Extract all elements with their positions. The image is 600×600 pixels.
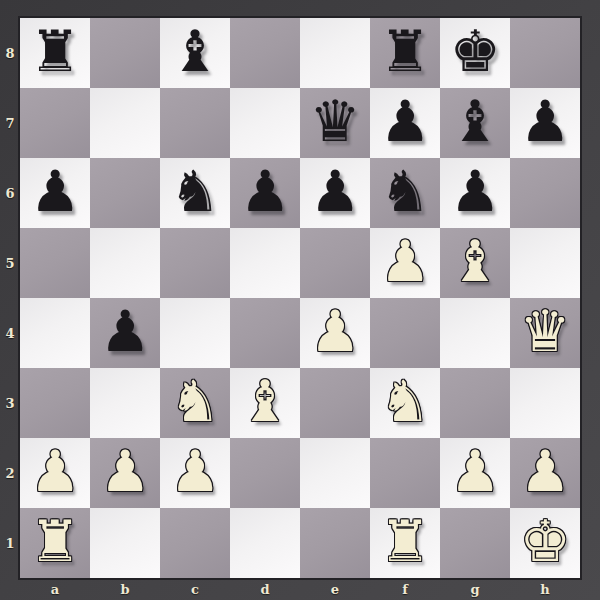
- white-bishop-g5[interactable]: ♝: [449, 233, 500, 290]
- square-b6[interactable]: [90, 158, 160, 228]
- square-g6[interactable]: ♟: [440, 158, 510, 228]
- square-d4[interactable]: [230, 298, 300, 368]
- square-e5[interactable]: [300, 228, 370, 298]
- square-d5[interactable]: [230, 228, 300, 298]
- black-pawn-a6[interactable]: ♟: [29, 163, 80, 220]
- square-a4[interactable]: [20, 298, 90, 368]
- square-h4[interactable]: ♛: [510, 298, 580, 368]
- file-label-e: e: [300, 578, 370, 600]
- square-e1[interactable]: [300, 508, 370, 578]
- black-rook-f8[interactable]: ♜: [379, 23, 430, 80]
- chessboard: ♜♝♜♚♛♟♝♟♟♞♟♟♞♟♟♝♟♟♛♞♝♞♟♟♟♟♟♜♜♚: [20, 18, 580, 578]
- rank-label-1: 1: [0, 508, 20, 578]
- square-b8[interactable]: [90, 18, 160, 88]
- white-rook-a1[interactable]: ♜: [29, 513, 80, 570]
- square-e4[interactable]: ♟: [300, 298, 370, 368]
- square-f8[interactable]: ♜: [370, 18, 440, 88]
- file-label-c: c: [160, 578, 230, 600]
- square-d6[interactable]: ♟: [230, 158, 300, 228]
- square-c1[interactable]: [160, 508, 230, 578]
- square-f6[interactable]: ♞: [370, 158, 440, 228]
- square-g4[interactable]: [440, 298, 510, 368]
- square-b4[interactable]: ♟: [90, 298, 160, 368]
- white-pawn-e4[interactable]: ♟: [309, 303, 360, 360]
- square-e7[interactable]: ♛: [300, 88, 370, 158]
- rank-labels: 87654321: [0, 18, 20, 578]
- black-king-g8[interactable]: ♚: [449, 23, 500, 80]
- square-f4[interactable]: [370, 298, 440, 368]
- white-pawn-a2[interactable]: ♟: [29, 443, 80, 500]
- file-label-b: b: [90, 578, 160, 600]
- square-b7[interactable]: [90, 88, 160, 158]
- square-h3[interactable]: [510, 368, 580, 438]
- black-knight-f6[interactable]: ♞: [379, 163, 430, 220]
- square-b5[interactable]: [90, 228, 160, 298]
- rank-label-5: 5: [0, 228, 20, 298]
- white-knight-c3[interactable]: ♞: [169, 373, 220, 430]
- square-d7[interactable]: [230, 88, 300, 158]
- rank-label-6: 6: [0, 158, 20, 228]
- square-a5[interactable]: [20, 228, 90, 298]
- square-g7[interactable]: ♝: [440, 88, 510, 158]
- square-a6[interactable]: ♟: [20, 158, 90, 228]
- square-f5[interactable]: ♟: [370, 228, 440, 298]
- square-e6[interactable]: ♟: [300, 158, 370, 228]
- black-pawn-f7[interactable]: ♟: [379, 93, 430, 150]
- square-g2[interactable]: ♟: [440, 438, 510, 508]
- black-bishop-g7[interactable]: ♝: [449, 93, 500, 150]
- rank-label-8: 8: [0, 18, 20, 88]
- square-c3[interactable]: ♞: [160, 368, 230, 438]
- square-h5[interactable]: [510, 228, 580, 298]
- square-c4[interactable]: [160, 298, 230, 368]
- white-pawn-b2[interactable]: ♟: [99, 443, 150, 500]
- square-h8[interactable]: [510, 18, 580, 88]
- square-e3[interactable]: [300, 368, 370, 438]
- square-f7[interactable]: ♟: [370, 88, 440, 158]
- square-c8[interactable]: ♝: [160, 18, 230, 88]
- square-e8[interactable]: [300, 18, 370, 88]
- square-b2[interactable]: ♟: [90, 438, 160, 508]
- square-g1[interactable]: [440, 508, 510, 578]
- square-g3[interactable]: [440, 368, 510, 438]
- white-pawn-c2[interactable]: ♟: [169, 443, 220, 500]
- white-pawn-f5[interactable]: ♟: [379, 233, 430, 290]
- white-queen-h4[interactable]: ♛: [519, 303, 570, 360]
- square-h6[interactable]: [510, 158, 580, 228]
- black-pawn-g6[interactable]: ♟: [449, 163, 500, 220]
- square-h1[interactable]: ♚: [510, 508, 580, 578]
- square-f1[interactable]: ♜: [370, 508, 440, 578]
- white-bishop-d3[interactable]: ♝: [239, 373, 290, 430]
- rank-label-7: 7: [0, 88, 20, 158]
- black-knight-c6[interactable]: ♞: [169, 163, 220, 220]
- square-c2[interactable]: ♟: [160, 438, 230, 508]
- file-label-d: d: [230, 578, 300, 600]
- square-f3[interactable]: ♞: [370, 368, 440, 438]
- square-h2[interactable]: ♟: [510, 438, 580, 508]
- white-pawn-g2[interactable]: ♟: [449, 443, 500, 500]
- square-c5[interactable]: [160, 228, 230, 298]
- square-c7[interactable]: [160, 88, 230, 158]
- square-d8[interactable]: [230, 18, 300, 88]
- rank-label-3: 3: [0, 368, 20, 438]
- black-bishop-c8[interactable]: ♝: [169, 23, 220, 80]
- square-h7[interactable]: ♟: [510, 88, 580, 158]
- black-rook-a8[interactable]: ♜: [29, 23, 80, 80]
- white-knight-f3[interactable]: ♞: [379, 373, 430, 430]
- square-d2[interactable]: [230, 438, 300, 508]
- square-e2[interactable]: [300, 438, 370, 508]
- black-pawn-h7[interactable]: ♟: [519, 93, 570, 150]
- square-a2[interactable]: ♟: [20, 438, 90, 508]
- rank-label-2: 2: [0, 438, 20, 508]
- black-pawn-d6[interactable]: ♟: [239, 163, 290, 220]
- white-king-h1[interactable]: ♚: [519, 513, 570, 570]
- file-label-f: f: [370, 578, 440, 600]
- square-b3[interactable]: [90, 368, 160, 438]
- square-d1[interactable]: [230, 508, 300, 578]
- square-g5[interactable]: ♝: [440, 228, 510, 298]
- chessboard-frame: 87654321 ♜♝♜♚♛♟♝♟♟♞♟♟♞♟♟♝♟♟♛♞♝♞♟♟♟♟♟♜♜♚ …: [0, 0, 600, 600]
- square-a1[interactable]: ♜: [20, 508, 90, 578]
- rank-label-4: 4: [0, 298, 20, 368]
- file-label-g: g: [440, 578, 510, 600]
- file-labels: abcdefgh: [20, 578, 580, 600]
- square-a3[interactable]: [20, 368, 90, 438]
- square-g8[interactable]: ♚: [440, 18, 510, 88]
- square-a7[interactable]: [20, 88, 90, 158]
- square-d3[interactable]: ♝: [230, 368, 300, 438]
- file-label-a: a: [20, 578, 90, 600]
- square-b1[interactable]: [90, 508, 160, 578]
- square-a8[interactable]: ♜: [20, 18, 90, 88]
- black-pawn-e6[interactable]: ♟: [309, 163, 360, 220]
- square-c6[interactable]: ♞: [160, 158, 230, 228]
- white-pawn-h2[interactable]: ♟: [519, 443, 570, 500]
- black-pawn-b4[interactable]: ♟: [99, 303, 150, 360]
- square-f2[interactable]: [370, 438, 440, 508]
- white-rook-f1[interactable]: ♜: [379, 513, 430, 570]
- file-label-h: h: [510, 578, 580, 600]
- black-queen-e7[interactable]: ♛: [309, 93, 360, 150]
